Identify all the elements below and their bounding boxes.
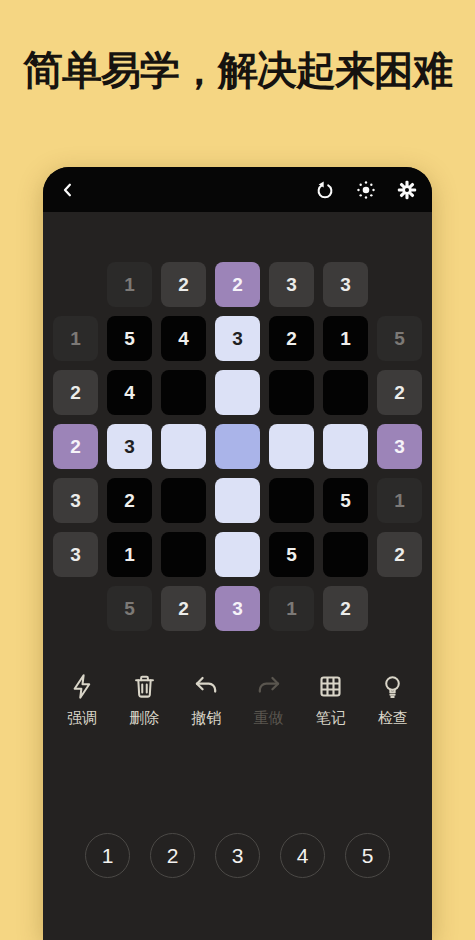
restart-icon [314, 179, 336, 201]
clue-cell: 3 [377, 424, 422, 469]
tool-redo[interactable]: 重做 [254, 673, 284, 728]
board-cell[interactable] [269, 478, 314, 523]
clue-cell: 1 [53, 316, 98, 361]
clue-cell: 3 [269, 262, 314, 307]
board-cell[interactable] [161, 370, 206, 415]
clue-cell: 1 [269, 586, 314, 631]
tool-label: 删除 [129, 709, 159, 728]
clue-cell: 2 [161, 586, 206, 631]
clue-cell: 2 [53, 370, 98, 415]
board-cell[interactable] [161, 532, 206, 577]
tool-label: 重做 [254, 709, 284, 728]
restart-button[interactable] [314, 179, 336, 201]
board-cell[interactable]: 5 [107, 316, 152, 361]
chevron-left-icon [59, 181, 77, 199]
clue-cell: 2 [377, 532, 422, 577]
board-cell[interactable]: 2 [269, 316, 314, 361]
board-cell[interactable]: 5 [323, 478, 368, 523]
board-spacer [53, 262, 98, 307]
clue-cell: 2 [215, 262, 260, 307]
number-button-2[interactable]: 2 [150, 833, 195, 878]
tool-label: 检查 [378, 709, 408, 728]
skyscrapers-board: 1223315432152422333251315252312 [53, 262, 422, 631]
tool-label: 撤销 [191, 709, 221, 728]
toolbar: 强调 删除 撤销 重做 [43, 673, 432, 728]
tool-delete[interactable]: 删除 [129, 673, 159, 728]
clue-cell: 3 [53, 478, 98, 523]
clue-cell: 3 [53, 532, 98, 577]
clue-cell: 1 [377, 478, 422, 523]
app-header [43, 167, 432, 212]
trash-icon [131, 673, 158, 700]
tool-undo[interactable]: 撤销 [191, 673, 221, 728]
board-cell[interactable] [323, 424, 368, 469]
tool-label: 笔记 [316, 709, 346, 728]
clue-cell: 3 [323, 262, 368, 307]
clue-cell: 2 [323, 586, 368, 631]
board-cell[interactable]: 4 [107, 370, 152, 415]
clue-cell: 2 [53, 424, 98, 469]
board-cell[interactable]: 3 [215, 316, 260, 361]
board-cell[interactable]: 4 [161, 316, 206, 361]
board-cell[interactable]: 5 [269, 532, 314, 577]
clue-cell: 5 [377, 316, 422, 361]
board-cell[interactable] [215, 532, 260, 577]
clue-cell: 2 [161, 262, 206, 307]
brightness-icon [355, 179, 377, 201]
board-cell[interactable]: 1 [323, 316, 368, 361]
board-cell[interactable] [323, 532, 368, 577]
number-button-4[interactable]: 4 [280, 833, 325, 878]
board-cell[interactable] [161, 478, 206, 523]
headline: 简单易学，解决起来困难 [0, 47, 475, 93]
clue-cell: 5 [107, 586, 152, 631]
phone-mockup: 1223315432152422333251315252312 强调 删除 撤销 [43, 167, 432, 940]
clue-cell: 1 [107, 262, 152, 307]
lightning-icon [69, 673, 96, 700]
undo-icon [193, 673, 220, 700]
gear-icon [396, 179, 418, 201]
board-cell[interactable] [215, 478, 260, 523]
number-button-5[interactable]: 5 [345, 833, 390, 878]
board-spacer [53, 586, 98, 631]
tool-notes[interactable]: 笔记 [316, 673, 346, 728]
tool-label: 强调 [67, 709, 97, 728]
board-spacer [377, 586, 422, 631]
tool-highlight[interactable]: 强调 [67, 673, 97, 728]
board-cell[interactable] [215, 370, 260, 415]
board-cell[interactable] [161, 424, 206, 469]
number-keypad: 1 2 3 4 5 [43, 833, 432, 878]
board-cell[interactable]: 2 [107, 478, 152, 523]
number-button-1[interactable]: 1 [85, 833, 130, 878]
board-spacer [377, 262, 422, 307]
settings-button[interactable] [396, 179, 418, 201]
brightness-button[interactable] [355, 179, 377, 201]
board-cell[interactable] [323, 370, 368, 415]
selected-cell[interactable] [215, 424, 260, 469]
lightbulb-icon [379, 673, 406, 700]
clue-cell: 2 [377, 370, 422, 415]
notes-grid-icon [317, 673, 344, 700]
board-cell[interactable]: 1 [107, 532, 152, 577]
clue-cell: 3 [215, 586, 260, 631]
board-cell[interactable] [269, 424, 314, 469]
header-actions [314, 179, 418, 201]
board-cell[interactable]: 3 [107, 424, 152, 469]
back-button[interactable] [59, 181, 77, 199]
board-cell[interactable] [269, 370, 314, 415]
number-button-3[interactable]: 3 [215, 833, 260, 878]
tool-check[interactable]: 检查 [378, 673, 408, 728]
redo-icon [255, 673, 282, 700]
